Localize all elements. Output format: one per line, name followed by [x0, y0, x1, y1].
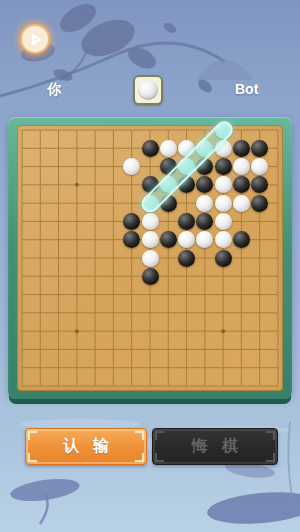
white-stone — [233, 158, 250, 175]
white-stone — [142, 250, 159, 267]
white-stone — [196, 195, 213, 212]
white-stone — [215, 176, 232, 193]
play-button[interactable] — [20, 24, 50, 54]
white-stone — [215, 231, 232, 248]
black-stone — [142, 140, 159, 157]
corner-ornament — [135, 453, 144, 462]
white-stone — [142, 213, 159, 230]
white-stone — [233, 195, 250, 212]
black-stone — [160, 231, 177, 248]
black-stone — [178, 250, 195, 267]
corner-ornament — [266, 453, 275, 462]
corner-ornament — [266, 431, 275, 440]
play-icon — [29, 33, 42, 46]
player-bot-label: Bot — [235, 81, 258, 97]
undo-button[interactable]: 悔棋 — [152, 428, 278, 465]
white-stone — [215, 195, 232, 212]
corner-ornament — [135, 431, 144, 440]
white-stone — [215, 213, 232, 230]
player-you-label: 你 — [47, 81, 61, 99]
white-stone — [160, 140, 177, 157]
resign-button-label: 认输 — [49, 436, 123, 457]
black-stone — [215, 250, 232, 267]
black-stone — [251, 195, 268, 212]
white-stone-icon — [138, 80, 158, 100]
corner-ornament — [155, 453, 164, 462]
black-stone — [251, 140, 268, 157]
undo-button-label: 悔棋 — [178, 436, 252, 457]
black-stone — [215, 158, 232, 175]
board-surface[interactable] — [17, 125, 283, 391]
bottom-lotus-decoration — [0, 402, 300, 532]
resign-button[interactable]: 认输 — [25, 428, 147, 465]
board-frame — [8, 117, 292, 399]
corner-ornament — [28, 431, 37, 440]
black-stone — [123, 213, 140, 230]
game-screen: 你 Bot 认输 悔棋 — [0, 0, 300, 532]
black-stone — [233, 231, 250, 248]
black-stone — [142, 268, 159, 285]
black-stone — [233, 140, 250, 157]
corner-ornament — [28, 453, 37, 462]
black-stone — [178, 213, 195, 230]
corner-ornament — [155, 431, 164, 440]
turn-indicator — [133, 75, 163, 105]
white-stone — [142, 231, 159, 248]
